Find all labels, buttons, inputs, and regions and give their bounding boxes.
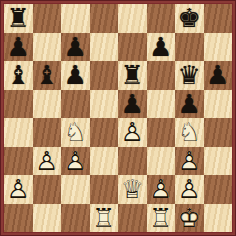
square-g4[interactable]: ♞♘ bbox=[175, 118, 204, 147]
square-f2[interactable]: ♟♙ bbox=[147, 175, 176, 204]
square-g1[interactable]: ♚♔ bbox=[175, 204, 204, 233]
black-pawn: ♟ bbox=[175, 90, 204, 119]
square-a3[interactable] bbox=[4, 147, 33, 176]
square-d5[interactable] bbox=[90, 90, 119, 119]
square-e6[interactable]: ♜ bbox=[118, 61, 147, 90]
square-c3[interactable]: ♟♙ bbox=[61, 147, 90, 176]
square-g8[interactable]: ♚ bbox=[175, 4, 204, 33]
square-c8[interactable] bbox=[61, 4, 90, 33]
black-rook: ♜ bbox=[118, 61, 147, 90]
white-pawn: ♟♙ bbox=[4, 175, 33, 204]
white-rook: ♜♖ bbox=[90, 204, 119, 233]
square-f7[interactable]: ♟ bbox=[147, 33, 176, 62]
square-c5[interactable] bbox=[61, 90, 90, 119]
square-h8[interactable] bbox=[204, 4, 233, 33]
square-h2[interactable] bbox=[204, 175, 233, 204]
square-f5[interactable] bbox=[147, 90, 176, 119]
black-bishop: ♝ bbox=[33, 61, 62, 90]
black-pawn: ♟ bbox=[4, 33, 33, 62]
square-a6[interactable]: ♝ bbox=[4, 61, 33, 90]
black-pawn: ♟ bbox=[118, 90, 147, 119]
white-pawn: ♟♙ bbox=[33, 147, 62, 176]
square-a1[interactable] bbox=[4, 204, 33, 233]
square-f6[interactable] bbox=[147, 61, 176, 90]
square-h1[interactable] bbox=[204, 204, 233, 233]
square-f4[interactable] bbox=[147, 118, 176, 147]
square-e3[interactable] bbox=[118, 147, 147, 176]
square-g6[interactable]: ♛ bbox=[175, 61, 204, 90]
square-g5[interactable]: ♟ bbox=[175, 90, 204, 119]
black-bishop: ♝ bbox=[4, 61, 33, 90]
square-c2[interactable] bbox=[61, 175, 90, 204]
white-pawn: ♟♙ bbox=[147, 175, 176, 204]
square-a2[interactable]: ♟♙ bbox=[4, 175, 33, 204]
square-d1[interactable]: ♜♖ bbox=[90, 204, 119, 233]
square-c4[interactable]: ♞♘ bbox=[61, 118, 90, 147]
square-h3[interactable] bbox=[204, 147, 233, 176]
square-f8[interactable] bbox=[147, 4, 176, 33]
square-g7[interactable] bbox=[175, 33, 204, 62]
white-king: ♚♔ bbox=[175, 204, 204, 233]
square-c6[interactable]: ♟ bbox=[61, 61, 90, 90]
board-frame: ♜♚♟♟♟♝♝♟♜♛♟♟♟♞♘♟♙♞♘♟♙♟♙♟♙♟♙♛♕♟♙♟♙♜♖♜♖♚♔ bbox=[0, 0, 236, 236]
white-knight: ♞♘ bbox=[61, 118, 90, 147]
white-knight: ♞♘ bbox=[175, 118, 204, 147]
square-g2[interactable]: ♟♙ bbox=[175, 175, 204, 204]
square-b3[interactable]: ♟♙ bbox=[33, 147, 62, 176]
black-rook: ♜ bbox=[4, 4, 33, 33]
white-queen: ♛♕ bbox=[118, 175, 147, 204]
chess-board: ♜♚♟♟♟♝♝♟♜♛♟♟♟♞♘♟♙♞♘♟♙♟♙♟♙♟♙♛♕♟♙♟♙♜♖♜♖♚♔ bbox=[4, 4, 232, 232]
square-b2[interactable] bbox=[33, 175, 62, 204]
square-a5[interactable] bbox=[4, 90, 33, 119]
square-d3[interactable] bbox=[90, 147, 119, 176]
square-d6[interactable] bbox=[90, 61, 119, 90]
square-a8[interactable]: ♜ bbox=[4, 4, 33, 33]
square-h6[interactable]: ♟ bbox=[204, 61, 233, 90]
square-a7[interactable]: ♟ bbox=[4, 33, 33, 62]
square-b1[interactable] bbox=[33, 204, 62, 233]
white-pawn: ♟♙ bbox=[118, 118, 147, 147]
black-queen: ♛ bbox=[175, 61, 204, 90]
white-pawn: ♟♙ bbox=[175, 175, 204, 204]
square-c7[interactable]: ♟ bbox=[61, 33, 90, 62]
square-b8[interactable] bbox=[33, 4, 62, 33]
square-f3[interactable] bbox=[147, 147, 176, 176]
square-b5[interactable] bbox=[33, 90, 62, 119]
square-d2[interactable] bbox=[90, 175, 119, 204]
square-h7[interactable] bbox=[204, 33, 233, 62]
black-pawn: ♟ bbox=[204, 61, 233, 90]
square-c1[interactable] bbox=[61, 204, 90, 233]
square-g3[interactable]: ♟♙ bbox=[175, 147, 204, 176]
square-b4[interactable] bbox=[33, 118, 62, 147]
white-rook: ♜♖ bbox=[147, 204, 176, 233]
square-h5[interactable] bbox=[204, 90, 233, 119]
square-h4[interactable] bbox=[204, 118, 233, 147]
square-e2[interactable]: ♛♕ bbox=[118, 175, 147, 204]
white-pawn: ♟♙ bbox=[61, 147, 90, 176]
square-d4[interactable] bbox=[90, 118, 119, 147]
square-d7[interactable] bbox=[90, 33, 119, 62]
square-b7[interactable] bbox=[33, 33, 62, 62]
square-b6[interactable]: ♝ bbox=[33, 61, 62, 90]
square-e5[interactable]: ♟ bbox=[118, 90, 147, 119]
white-pawn: ♟♙ bbox=[175, 147, 204, 176]
square-f1[interactable]: ♜♖ bbox=[147, 204, 176, 233]
square-e8[interactable] bbox=[118, 4, 147, 33]
square-e4[interactable]: ♟♙ bbox=[118, 118, 147, 147]
square-a4[interactable] bbox=[4, 118, 33, 147]
black-king: ♚ bbox=[175, 4, 204, 33]
square-d8[interactable] bbox=[90, 4, 119, 33]
square-e7[interactable] bbox=[118, 33, 147, 62]
square-e1[interactable] bbox=[118, 204, 147, 233]
black-pawn: ♟ bbox=[61, 61, 90, 90]
black-pawn: ♟ bbox=[61, 33, 90, 62]
black-pawn: ♟ bbox=[147, 33, 176, 62]
chess-diagram: ♜♚♟♟♟♝♝♟♜♛♟♟♟♞♘♟♙♞♘♟♙♟♙♟♙♟♙♛♕♟♙♟♙♜♖♜♖♚♔ bbox=[0, 0, 236, 236]
